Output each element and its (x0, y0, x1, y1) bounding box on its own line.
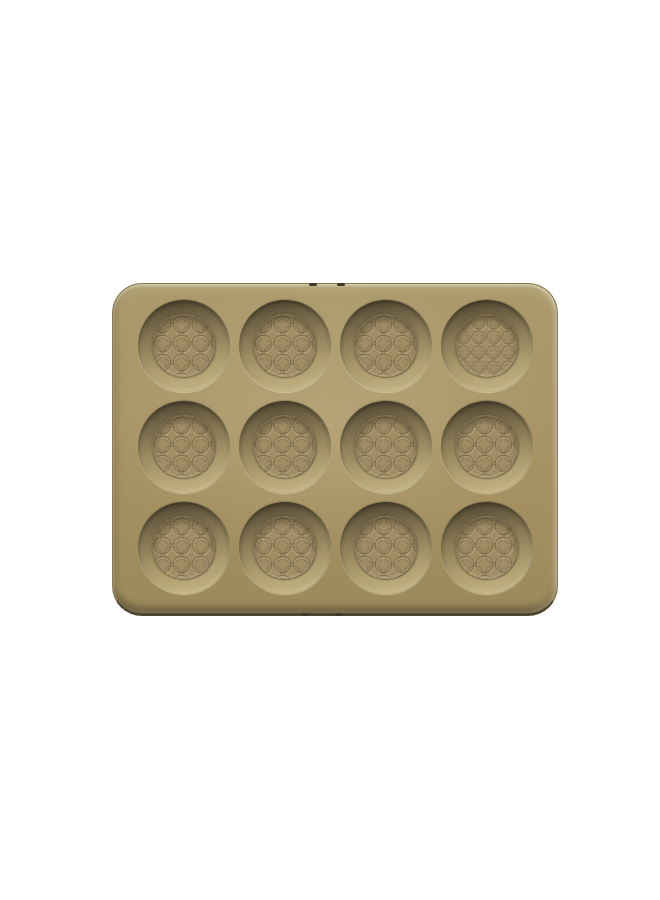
muffin-cup-r3c3 (340, 502, 432, 594)
clip-tab-top-right (337, 283, 345, 286)
product-photo-canvas: 12-cup non-stick muffin baking tray, gol… (0, 0, 660, 900)
cup-base-pattern (354, 314, 418, 378)
cup-base-pattern (152, 314, 216, 378)
muffin-cup-r3c2 (239, 502, 331, 594)
muffin-cup-r3c4 (441, 502, 533, 594)
muffin-cup-r1c1 (138, 300, 230, 392)
cup-base-pattern (354, 516, 418, 580)
cup-base-pattern (455, 415, 519, 479)
clip-tab-top-left (309, 283, 317, 286)
cup-base-pattern (152, 516, 216, 580)
muffin-cup-r2c4 (441, 401, 533, 493)
muffin-cup-grid (133, 295, 537, 598)
cup-base-pattern (455, 314, 519, 378)
cup-base-pattern (253, 415, 317, 479)
pan-body (112, 283, 558, 616)
clip-tab-bottom-right (335, 613, 343, 616)
muffin-cup-r2c1 (138, 401, 230, 493)
muffin-cup-r2c2 (239, 401, 331, 493)
cup-base-pattern (354, 415, 418, 479)
cup-base-pattern (253, 516, 317, 580)
clip-tab-bottom-left (301, 613, 309, 616)
muffin-cup-r1c3 (340, 300, 432, 392)
muffin-cup-r1c2 (239, 300, 331, 392)
muffin-cup-r3c1 (138, 502, 230, 594)
muffin-cup-r2c3 (340, 401, 432, 493)
cup-base-pattern (152, 415, 216, 479)
cup-base-pattern (455, 516, 519, 580)
cup-base-pattern (253, 314, 317, 378)
product-caption: 12-cup non-stick muffin baking tray, gol… (0, 0, 1, 1)
muffin-cup-r1c4 (441, 300, 533, 392)
